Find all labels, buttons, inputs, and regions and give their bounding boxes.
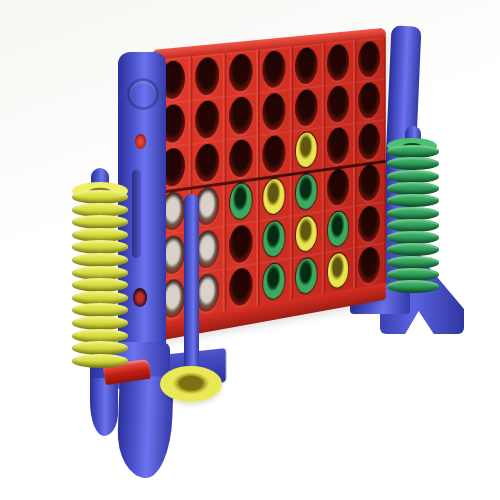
cell-r6c3[interactable]: [223, 263, 257, 312]
green-tray-disc: [387, 280, 439, 293]
hole: [229, 224, 252, 265]
cell-r1c2[interactable]: [189, 53, 223, 100]
hole: [195, 56, 219, 96]
yellow-stack: [72, 168, 128, 383]
cell-r3c5[interactable]: [289, 127, 321, 173]
cell-r6c4[interactable]: [257, 258, 290, 306]
post-circle-emboss: [127, 78, 159, 110]
green-tray-disc: [387, 207, 439, 220]
connect-four-product-photo: [0, 0, 500, 500]
cell-r3c7[interactable]: [353, 119, 384, 164]
green-tray-disc: [387, 219, 439, 232]
hole: [229, 96, 252, 136]
hole: [327, 168, 349, 207]
hole: [229, 53, 252, 92]
hole: [295, 47, 318, 85]
hole: [262, 92, 285, 131]
green-tray-disc: [387, 268, 439, 281]
cell-r2c3[interactable]: [223, 92, 257, 139]
cell-r5c7[interactable]: [353, 201, 384, 247]
cell-r3c3[interactable]: [223, 135, 257, 182]
front-pole: [184, 194, 199, 386]
green-disc: [328, 211, 348, 247]
green-disc: [296, 174, 317, 211]
post-slot: [132, 170, 141, 258]
hole: [327, 85, 349, 123]
hole: [359, 81, 381, 119]
green-tray-disc: [387, 157, 439, 170]
cell-r6c7[interactable]: [353, 242, 384, 288]
hole: [295, 88, 318, 127]
hole: [359, 246, 381, 285]
green-stack: [387, 126, 439, 301]
hole: [359, 123, 381, 161]
green-tray-disc: [387, 231, 439, 244]
hole: [359, 205, 381, 244]
yellow-tray-disc: [72, 253, 128, 267]
green-tray-disc: [387, 145, 439, 158]
hole: [195, 143, 219, 183]
yellow-disc: [296, 215, 317, 252]
cell-r2c7[interactable]: [353, 78, 384, 123]
cell-r5c6[interactable]: [322, 206, 354, 253]
hole: [262, 134, 285, 173]
cell-r2c5[interactable]: [289, 85, 321, 131]
cell-r4c3[interactable]: [223, 178, 257, 226]
post-red-peg: [135, 134, 146, 149]
cell-r1c7[interactable]: [353, 37, 384, 81]
hole: [229, 267, 252, 308]
front-base-yellow-ring: [160, 366, 222, 402]
hole: [229, 139, 252, 179]
cell-r6c5[interactable]: [289, 252, 321, 299]
yellow-tray-disc: [72, 190, 128, 204]
cell-r3c2[interactable]: [189, 139, 223, 187]
cell-r4c5[interactable]: [289, 169, 321, 216]
cell-r1c3[interactable]: [223, 50, 257, 96]
cell-r1c4[interactable]: [257, 47, 290, 93]
yellow-tray-disc: [72, 354, 128, 368]
cell-r1c5[interactable]: [289, 43, 321, 88]
cell-r5c4[interactable]: [257, 215, 290, 263]
cell-r2c6[interactable]: [322, 82, 354, 127]
green-disc: [263, 263, 284, 301]
hole: [359, 164, 381, 203]
cell-r4c6[interactable]: [322, 164, 354, 210]
green-tray-disc: [387, 243, 439, 256]
cell-r2c2[interactable]: [189, 96, 223, 143]
green-tray-disc: [387, 194, 439, 207]
cell-r3c4[interactable]: [257, 131, 290, 178]
hole: [327, 44, 349, 82]
left-foot-rear: [90, 378, 118, 436]
hole: [359, 40, 381, 78]
post-release-hole: [133, 288, 147, 307]
cell-r1c6[interactable]: [322, 40, 354, 85]
yellow-tray-disc: [72, 316, 128, 330]
green-tray-disc: [387, 170, 439, 183]
green-disc: [263, 220, 284, 257]
green-disc: [296, 257, 317, 294]
cell-r3c6[interactable]: [322, 123, 354, 169]
green-tray-disc: [387, 256, 439, 269]
hole: [262, 50, 285, 89]
cell-r6c6[interactable]: [322, 247, 354, 294]
hole: [327, 126, 349, 165]
yellow-disc: [328, 252, 348, 289]
cell-r5c5[interactable]: [289, 211, 321, 258]
cell-r4c7[interactable]: [353, 160, 384, 206]
cell-r2c4[interactable]: [257, 89, 290, 135]
green-tray-disc: [387, 182, 439, 195]
cell-r5c3[interactable]: [223, 220, 257, 268]
hole: [195, 100, 219, 140]
cell-r4c4[interactable]: [257, 173, 290, 220]
